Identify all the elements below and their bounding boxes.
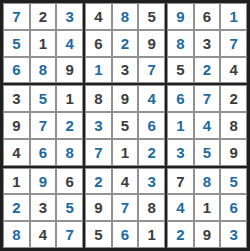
sudoku-cell-r2c6[interactable]: 9 <box>138 30 165 57</box>
sudoku-cell-r9c9[interactable]: 3 <box>220 221 247 248</box>
sudoku-cell-r7c7[interactable]: 7 <box>167 168 194 195</box>
sudoku-cell-r9c2[interactable]: 4 <box>30 221 57 248</box>
sudoku-cell-r9c6[interactable]: 1 <box>138 221 165 248</box>
cell-digit: 1 <box>176 118 184 133</box>
sudoku-cell-r9c5[interactable]: 6 <box>112 221 139 248</box>
sudoku-cell-r5c7[interactable]: 1 <box>167 112 194 139</box>
sudoku-cell-r3c6[interactable]: 7 <box>138 57 165 84</box>
cell-digit: 2 <box>203 62 211 77</box>
cell-digit: 9 <box>94 200 102 215</box>
sudoku-cell-r7c5[interactable]: 4 <box>112 168 139 195</box>
cell-digit: 6 <box>12 62 20 77</box>
sudoku-cell-r1c1[interactable]: 7 <box>3 3 30 30</box>
cell-digit: 7 <box>39 118 47 133</box>
sudoku-cell-r5c9[interactable]: 8 <box>220 112 247 139</box>
cell-digit: 9 <box>121 91 129 106</box>
sudoku-cell-r8c3[interactable]: 5 <box>56 194 83 221</box>
sudoku-cell-r9c1[interactable]: 8 <box>3 221 30 248</box>
cell-digit: 6 <box>229 200 237 215</box>
cell-digit: 8 <box>147 200 155 215</box>
sudoku-cell-r4c6[interactable]: 4 <box>138 85 165 112</box>
cell-digit: 9 <box>203 227 211 242</box>
sudoku-cell-r6c7[interactable]: 3 <box>167 139 194 166</box>
cell-digit: 1 <box>121 145 129 160</box>
sudoku-cell-r2c3[interactable]: 4 <box>56 30 83 57</box>
sudoku-cell-r6c5[interactable]: 1 <box>112 139 139 166</box>
sudoku-cell-r3c1[interactable]: 6 <box>3 57 30 84</box>
cell-digit: 2 <box>229 91 237 106</box>
sudoku-cell-r6c9[interactable]: 9 <box>220 139 247 166</box>
sudoku-cell-r6c8[interactable]: 5 <box>194 139 221 166</box>
cell-digit: 5 <box>147 9 155 24</box>
sudoku-cell-r3c8[interactable]: 2 <box>194 57 221 84</box>
cell-digit: 5 <box>94 227 102 242</box>
sudoku-box-r2c2: 894356712 <box>84 84 166 166</box>
cell-digit: 8 <box>94 91 102 106</box>
sudoku-cell-r4c2[interactable]: 5 <box>30 85 57 112</box>
sudoku-cell-r8c6[interactable]: 8 <box>138 194 165 221</box>
cell-digit: 1 <box>39 36 47 51</box>
sudoku-cell-r2c9[interactable]: 7 <box>220 30 247 57</box>
sudoku-cell-r3c4[interactable]: 1 <box>85 57 112 84</box>
sudoku-board: 7235146894856291379618375243519724688943… <box>0 0 250 251</box>
sudoku-cell-r1c9[interactable]: 1 <box>220 3 247 30</box>
cell-digit: 4 <box>39 227 47 242</box>
cell-digit: 4 <box>147 91 155 106</box>
sudoku-cell-r1c7[interactable]: 9 <box>167 3 194 30</box>
cell-digit: 7 <box>203 91 211 106</box>
cell-digit: 4 <box>65 36 73 51</box>
sudoku-cell-r4c7[interactable]: 6 <box>167 85 194 112</box>
cell-digit: 6 <box>94 36 102 51</box>
sudoku-cell-r7c4[interactable]: 2 <box>85 168 112 195</box>
sudoku-cell-r7c1[interactable]: 1 <box>3 168 30 195</box>
sudoku-box-r3c1: 196235847 <box>2 167 84 249</box>
cell-digit: 3 <box>176 145 184 160</box>
sudoku-cell-r6c4[interactable]: 7 <box>85 139 112 166</box>
sudoku-cell-r4c8[interactable]: 7 <box>194 85 221 112</box>
cell-digit: 3 <box>39 200 47 215</box>
sudoku-cell-r8c5[interactable]: 7 <box>112 194 139 221</box>
cell-digit: 3 <box>12 91 20 106</box>
cell-digit: 5 <box>229 174 237 189</box>
sudoku-box-r2c3: 672148359 <box>166 84 248 166</box>
cell-digit: 1 <box>203 200 211 215</box>
cell-digit: 2 <box>12 200 20 215</box>
sudoku-cell-r2c7[interactable]: 8 <box>167 30 194 57</box>
sudoku-cell-r9c8[interactable]: 9 <box>194 221 221 248</box>
cell-digit: 1 <box>12 174 20 189</box>
cell-digit: 2 <box>94 174 102 189</box>
cell-digit: 3 <box>121 62 129 77</box>
cell-digit: 2 <box>176 227 184 242</box>
sudoku-cell-r6c2[interactable]: 6 <box>30 139 57 166</box>
sudoku-box-r1c1: 723514689 <box>2 2 84 84</box>
cell-digit: 4 <box>203 118 211 133</box>
sudoku-cell-r5c4[interactable]: 3 <box>85 112 112 139</box>
sudoku-cell-r6c1[interactable]: 4 <box>3 139 30 166</box>
cell-digit: 7 <box>65 227 73 242</box>
sudoku-cell-r6c6[interactable]: 2 <box>138 139 165 166</box>
sudoku-cell-r1c8[interactable]: 6 <box>194 3 221 30</box>
cell-digit: 5 <box>39 91 47 106</box>
sudoku-cell-r4c4[interactable]: 8 <box>85 85 112 112</box>
cell-digit: 7 <box>94 145 102 160</box>
cell-digit: 9 <box>12 118 20 133</box>
cell-digit: 9 <box>65 62 73 77</box>
cell-digit: 8 <box>65 145 73 160</box>
sudoku-cell-r5c2[interactable]: 7 <box>30 112 57 139</box>
cell-digit: 8 <box>229 118 237 133</box>
cell-digit: 6 <box>203 9 211 24</box>
cell-digit: 9 <box>229 145 237 160</box>
sudoku-cell-r5c3[interactable]: 2 <box>56 112 83 139</box>
sudoku-cell-r8c8[interactable]: 1 <box>194 194 221 221</box>
cell-digit: 8 <box>203 174 211 189</box>
sudoku-cell-r7c8[interactable]: 8 <box>194 168 221 195</box>
sudoku-cell-r3c3[interactable]: 9 <box>56 57 83 84</box>
cell-digit: 4 <box>121 174 129 189</box>
sudoku-cell-r3c7[interactable]: 5 <box>167 57 194 84</box>
cell-digit: 7 <box>147 62 155 77</box>
sudoku-cell-r8c2[interactable]: 3 <box>30 194 57 221</box>
sudoku-cell-r7c2[interactable]: 9 <box>30 168 57 195</box>
cell-digit: 6 <box>121 227 129 242</box>
cell-digit: 3 <box>65 9 73 24</box>
sudoku-cell-r8c4[interactable]: 9 <box>85 194 112 221</box>
sudoku-cell-r6c3[interactable]: 8 <box>56 139 83 166</box>
sudoku-box-r3c3: 785416293 <box>166 167 248 249</box>
sudoku-cell-r8c9[interactable]: 6 <box>220 194 247 221</box>
cell-digit: 6 <box>39 145 47 160</box>
cell-digit: 6 <box>147 118 155 133</box>
cell-digit: 8 <box>39 62 47 77</box>
cell-digit: 5 <box>203 145 211 160</box>
cell-digit: 5 <box>176 62 184 77</box>
sudoku-cell-r2c8[interactable]: 3 <box>194 30 221 57</box>
sudoku-cell-r5c1[interactable]: 9 <box>3 112 30 139</box>
cell-digit: 1 <box>147 227 155 242</box>
sudoku-cell-r7c9[interactable]: 5 <box>220 168 247 195</box>
sudoku-cell-r2c1[interactable]: 5 <box>3 30 30 57</box>
sudoku-cell-r5c6[interactable]: 6 <box>138 112 165 139</box>
sudoku-cell-r9c3[interactable]: 7 <box>56 221 83 248</box>
cell-digit: 3 <box>229 227 237 242</box>
cell-digit: 5 <box>12 36 20 51</box>
sudoku-cell-r1c2[interactable]: 2 <box>30 3 57 30</box>
cell-digit: 9 <box>147 36 155 51</box>
cell-digit: 7 <box>176 174 184 189</box>
sudoku-box-r3c2: 243978561 <box>84 167 166 249</box>
sudoku-cell-r4c5[interactable]: 9 <box>112 85 139 112</box>
cell-digit: 7 <box>229 36 237 51</box>
cell-digit: 3 <box>147 174 155 189</box>
cell-digit: 6 <box>65 174 73 189</box>
cell-digit: 7 <box>121 200 129 215</box>
sudoku-box-r1c2: 485629137 <box>84 2 166 84</box>
sudoku-cell-r5c5[interactable]: 5 <box>112 112 139 139</box>
cell-digit: 1 <box>94 62 102 77</box>
sudoku-cell-r1c5[interactable]: 8 <box>112 3 139 30</box>
cell-digit: 5 <box>121 118 129 133</box>
sudoku-cell-r2c2[interactable]: 1 <box>30 30 57 57</box>
sudoku-cell-r7c6[interactable]: 3 <box>138 168 165 195</box>
sudoku-cell-r4c9[interactable]: 2 <box>220 85 247 112</box>
cell-digit: 4 <box>176 200 184 215</box>
sudoku-cell-r9c4[interactable]: 5 <box>85 221 112 248</box>
cell-digit: 2 <box>39 9 47 24</box>
cell-digit: 1 <box>65 91 73 106</box>
sudoku-box-r2c1: 351972468 <box>2 84 84 166</box>
sudoku-cell-r5c8[interactable]: 4 <box>194 112 221 139</box>
cell-digit: 2 <box>65 118 73 133</box>
sudoku-cell-r4c3[interactable]: 1 <box>56 85 83 112</box>
sudoku-cell-r1c6[interactable]: 5 <box>138 3 165 30</box>
sudoku-cell-r3c9[interactable]: 4 <box>220 57 247 84</box>
cell-digit: 2 <box>147 145 155 160</box>
cell-digit: 8 <box>121 9 129 24</box>
cell-digit: 3 <box>203 36 211 51</box>
cell-digit: 4 <box>229 62 237 77</box>
cell-digit: 8 <box>176 36 184 51</box>
sudoku-cell-r1c4[interactable]: 4 <box>85 3 112 30</box>
sudoku-cell-r1c3[interactable]: 3 <box>56 3 83 30</box>
sudoku-cell-r3c2[interactable]: 8 <box>30 57 57 84</box>
sudoku-cell-r2c4[interactable]: 6 <box>85 30 112 57</box>
cell-digit: 2 <box>121 36 129 51</box>
cell-digit: 8 <box>12 227 20 242</box>
sudoku-cell-r3c5[interactable]: 3 <box>112 57 139 84</box>
sudoku-cell-r4c1[interactable]: 3 <box>3 85 30 112</box>
cell-digit: 4 <box>12 145 20 160</box>
cell-digit: 9 <box>39 174 47 189</box>
cell-digit: 3 <box>94 118 102 133</box>
cell-digit: 9 <box>176 9 184 24</box>
cell-digit: 7 <box>12 9 20 24</box>
sudoku-box-r1c3: 961837524 <box>166 2 248 84</box>
cell-digit: 5 <box>65 200 73 215</box>
cell-digit: 6 <box>176 91 184 106</box>
cell-digit: 4 <box>94 9 102 24</box>
sudoku-cell-r2c5[interactable]: 2 <box>112 30 139 57</box>
sudoku-cell-r8c7[interactable]: 4 <box>167 194 194 221</box>
sudoku-cell-r8c1[interactable]: 2 <box>3 194 30 221</box>
cell-digit: 1 <box>229 9 237 24</box>
sudoku-cell-r9c7[interactable]: 2 <box>167 221 194 248</box>
sudoku-cell-r7c3[interactable]: 6 <box>56 168 83 195</box>
